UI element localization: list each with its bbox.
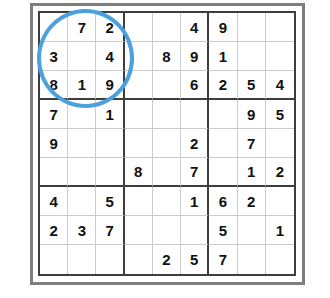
cell-r2c8[interactable] <box>238 42 266 71</box>
cell-r7c2[interactable] <box>68 187 96 216</box>
cell-r1c6[interactable]: 4 <box>181 13 209 42</box>
cell-r2c7[interactable]: 1 <box>209 42 237 71</box>
cell-r4c3[interactable]: 1 <box>96 100 124 129</box>
cell-r5c2[interactable] <box>68 129 96 158</box>
cell-r8c6[interactable] <box>181 216 209 245</box>
cell-r5c3[interactable] <box>96 129 124 158</box>
cell-r7c7[interactable]: 6 <box>209 187 237 216</box>
cell-r6c4[interactable]: 8 <box>125 158 153 187</box>
cell-r9c5[interactable]: 2 <box>153 245 181 274</box>
cell-r8c4[interactable] <box>125 216 153 245</box>
cell-r7c8[interactable]: 2 <box>238 187 266 216</box>
cell-r9c8[interactable] <box>238 245 266 274</box>
sudoku-screenshot: 7249348918196254719592787124516223751257 <box>0 0 330 298</box>
cell-r2c6[interactable]: 9 <box>181 42 209 71</box>
cell-r3c4[interactable] <box>125 71 153 100</box>
cell-r8c1[interactable]: 2 <box>40 216 68 245</box>
cell-r2c2[interactable] <box>68 42 96 71</box>
cell-r2c4[interactable] <box>125 42 153 71</box>
cell-r3c5[interactable] <box>153 71 181 100</box>
cell-r2c1[interactable]: 3 <box>40 42 68 71</box>
cell-r6c9[interactable]: 2 <box>266 158 294 187</box>
cell-r8c7[interactable]: 5 <box>209 216 237 245</box>
cell-r9c1[interactable] <box>40 245 68 274</box>
cell-r6c2[interactable] <box>68 158 96 187</box>
cell-r2c5[interactable]: 8 <box>153 42 181 71</box>
cell-r3c8[interactable]: 5 <box>238 71 266 100</box>
cell-r3c1[interactable]: 8 <box>40 71 68 100</box>
cell-r4c7[interactable] <box>209 100 237 129</box>
cell-r5c8[interactable]: 7 <box>238 129 266 158</box>
cell-r5c5[interactable] <box>153 129 181 158</box>
cell-r7c3[interactable]: 5 <box>96 187 124 216</box>
cell-r6c6[interactable]: 7 <box>181 158 209 187</box>
cell-r6c5[interactable] <box>153 158 181 187</box>
cell-r4c6[interactable] <box>181 100 209 129</box>
cell-r4c4[interactable] <box>125 100 153 129</box>
cell-r4c9[interactable]: 5 <box>266 100 294 129</box>
cell-r8c9[interactable]: 1 <box>266 216 294 245</box>
cell-r5c6[interactable]: 2 <box>181 129 209 158</box>
cell-r6c3[interactable] <box>96 158 124 187</box>
cell-r1c4[interactable] <box>125 13 153 42</box>
cell-r3c3[interactable]: 9 <box>96 71 124 100</box>
cell-r4c2[interactable] <box>68 100 96 129</box>
cell-r2c3[interactable]: 4 <box>96 42 124 71</box>
cell-r7c6[interactable]: 1 <box>181 187 209 216</box>
cell-r9c6[interactable]: 5 <box>181 245 209 274</box>
cell-r9c9[interactable] <box>266 245 294 274</box>
cell-r4c8[interactable]: 9 <box>238 100 266 129</box>
cell-r9c7[interactable]: 7 <box>209 245 237 274</box>
cell-r4c1[interactable]: 7 <box>40 100 68 129</box>
cell-r3c2[interactable]: 1 <box>68 71 96 100</box>
cell-r3c9[interactable]: 4 <box>266 71 294 100</box>
cell-r9c3[interactable] <box>96 245 124 274</box>
cell-r1c3[interactable]: 2 <box>96 13 124 42</box>
cell-r1c2[interactable]: 7 <box>68 13 96 42</box>
cell-r9c2[interactable] <box>68 245 96 274</box>
cell-r6c8[interactable]: 1 <box>238 158 266 187</box>
cell-r3c6[interactable]: 6 <box>181 71 209 100</box>
cell-r2c9[interactable] <box>266 42 294 71</box>
cell-r7c9[interactable] <box>266 187 294 216</box>
cell-r7c1[interactable]: 4 <box>40 187 68 216</box>
cell-r3c7[interactable]: 2 <box>209 71 237 100</box>
cell-r5c9[interactable] <box>266 129 294 158</box>
cell-r8c8[interactable] <box>238 216 266 245</box>
sudoku-grid: 7249348918196254719592787124516223751257 <box>38 11 296 276</box>
cell-r8c3[interactable]: 7 <box>96 216 124 245</box>
cell-r7c4[interactable] <box>125 187 153 216</box>
cell-r7c5[interactable] <box>153 187 181 216</box>
cell-r1c5[interactable] <box>153 13 181 42</box>
cell-r4c5[interactable] <box>153 100 181 129</box>
cell-r8c5[interactable] <box>153 216 181 245</box>
cell-r5c7[interactable] <box>209 129 237 158</box>
cell-r8c2[interactable]: 3 <box>68 216 96 245</box>
cell-r5c4[interactable] <box>125 129 153 158</box>
cell-r9c4[interactable] <box>125 245 153 274</box>
cell-r6c7[interactable] <box>209 158 237 187</box>
cell-r1c9[interactable] <box>266 13 294 42</box>
cell-r1c1[interactable] <box>40 13 68 42</box>
cell-r1c7[interactable]: 9 <box>209 13 237 42</box>
cell-r1c8[interactable] <box>238 13 266 42</box>
cell-r6c1[interactable] <box>40 158 68 187</box>
cell-r5c1[interactable]: 9 <box>40 129 68 158</box>
